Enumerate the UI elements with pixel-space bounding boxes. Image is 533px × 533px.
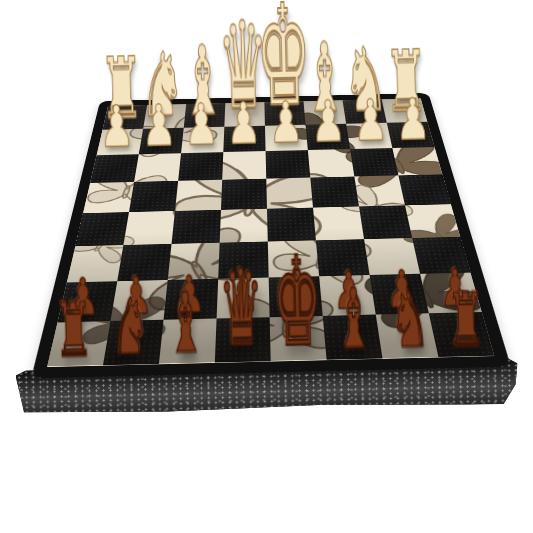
- square-a4[interactable]: [83, 182, 134, 213]
- square-a2[interactable]: ♟: [97, 129, 144, 156]
- square-h3[interactable]: [392, 147, 442, 175]
- square-c8[interactable]: ♝: [159, 318, 217, 363]
- square-c4[interactable]: [175, 180, 222, 211]
- piece-cream-pawn[interactable]: ♟: [268, 95, 304, 152]
- square-a5[interactable]: [75, 212, 129, 246]
- square-b3[interactable]: [134, 153, 181, 182]
- square-f2[interactable]: ♟: [306, 124, 351, 150]
- square-d4[interactable]: [221, 179, 267, 210]
- piece-cream-pawn[interactable]: ♟: [141, 98, 177, 155]
- board-frame: ♜♞♝♛♚♝♞♜♟♟♟♟♟♟♟♟♟♟♟♟♟♟♟♟♜♞♝♛♚♝♞♜: [31, 93, 511, 378]
- piece-cream-pawn[interactable]: ♟: [226, 96, 262, 153]
- square-f5[interactable]: [313, 206, 364, 240]
- square-c5[interactable]: [172, 210, 221, 244]
- square-g2[interactable]: ♟: [346, 123, 392, 149]
- square-h2[interactable]: ♟: [387, 122, 435, 148]
- piece-cream-pawn[interactable]: ♟: [183, 97, 219, 154]
- square-b2[interactable]: ♟: [139, 128, 184, 155]
- piece-brown-bishop[interactable]: ♝: [334, 277, 373, 362]
- square-a8[interactable]: ♜: [47, 321, 110, 367]
- square-h8[interactable]: ♜: [429, 312, 495, 357]
- square-e2[interactable]: ♟: [265, 125, 308, 151]
- square-b5[interactable]: [123, 211, 175, 245]
- piece-brown-bishop[interactable]: ♝: [166, 281, 205, 366]
- square-b4[interactable]: [129, 181, 178, 212]
- piece-brown-rook[interactable]: ♜: [446, 283, 486, 359]
- square-c2[interactable]: ♟: [181, 127, 224, 154]
- square-f8[interactable]: ♝: [323, 315, 383, 360]
- piece-cream-pawn[interactable]: ♟: [353, 93, 389, 150]
- square-d2[interactable]: ♟: [223, 126, 265, 152]
- piece-brown-knight[interactable]: ♞: [389, 282, 431, 360]
- piece-brown-queen[interactable]: ♛: [218, 257, 264, 364]
- square-f3[interactable]: [308, 149, 355, 178]
- square-d5[interactable]: [220, 209, 268, 243]
- square-g3[interactable]: [350, 148, 398, 177]
- piece-brown-rook[interactable]: ♜: [54, 293, 94, 369]
- square-c3[interactable]: [178, 152, 223, 181]
- square-h5[interactable]: [405, 204, 460, 238]
- square-d8[interactable]: ♛: [215, 317, 271, 362]
- square-g4[interactable]: [354, 175, 405, 206]
- square-b8[interactable]: ♞: [103, 320, 164, 365]
- piece-cream-pawn[interactable]: ♟: [99, 99, 135, 156]
- square-f4[interactable]: [310, 177, 359, 208]
- piece-brown-king[interactable]: ♚: [272, 239, 323, 363]
- square-e3[interactable]: [266, 150, 311, 179]
- piece-cream-pawn[interactable]: ♟: [310, 94, 346, 151]
- scene: ♜♞♝♛♚♝♞♜♟♟♟♟♟♟♟♟♟♟♟♟♟♟♟♟♜♞♝♛♚♝♞♜: [0, 0, 533, 533]
- board-surface: ♜♞♝♛♚♝♞♜♟♟♟♟♟♟♟♟♟♟♟♟♟♟♟♟♜♞♝♛♚♝♞♜: [47, 99, 494, 367]
- square-e4[interactable]: [266, 178, 313, 209]
- square-d3[interactable]: [222, 151, 266, 180]
- square-h4[interactable]: [398, 174, 451, 205]
- square-g8[interactable]: ♞: [376, 313, 439, 358]
- square-e8[interactable]: ♚: [270, 316, 327, 361]
- square-g5[interactable]: [359, 205, 412, 239]
- square-a3[interactable]: [90, 154, 139, 183]
- piece-brown-knight[interactable]: ♞: [109, 289, 151, 367]
- board-grid: ♜♞♝♛♚♝♞♜♟♟♟♟♟♟♟♟♟♟♟♟♟♟♟♟♜♞♝♛♚♝♞♜: [47, 98, 494, 366]
- piece-cream-pawn[interactable]: ♟: [395, 92, 431, 149]
